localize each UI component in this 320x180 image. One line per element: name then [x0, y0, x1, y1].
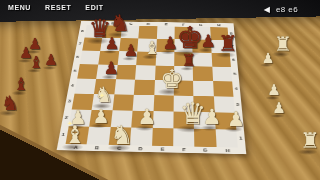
white-knight-b3[interactable]: ♞ [95, 85, 114, 106]
white-pawn-b2[interactable]: ♟ [92, 107, 109, 126]
captured-black-knight: ♞ [1, 93, 19, 113]
captured-white-pawn: ♟ [262, 51, 275, 65]
black-pawn-c6[interactable]: ♟ [124, 43, 138, 59]
black-rook-f6[interactable]: ♜ [182, 53, 196, 69]
captured-white-rook: ♜ [300, 130, 320, 152]
undo-arrow-icon[interactable]: ◀ [264, 6, 270, 14]
pieces-layer: ♛♞♚♜♟♟♟♜♟♟♝♚♞♟♟♟♛♟♟♝♞♟♟♟♝♝♞♜♟♟♟♜✦✦ [0, 0, 320, 180]
white-bishop-a1[interactable]: ♝ [64, 123, 86, 147]
edit-button[interactable]: EDIT [85, 4, 103, 11]
black-pawn-b5[interactable]: ♟ [103, 60, 118, 77]
white-king-e4[interactable]: ♚ [160, 66, 183, 92]
chess-app-screen: ABCDEFGH8877665544332211ABCDEFGH ♛♞♚♜♟♟♟… [0, 0, 320, 180]
captured-white-rook: ♜ [274, 34, 292, 54]
menu-bar: MENU RESET EDIT [8, 4, 104, 11]
white-queen-f2[interactable]: ♛ [180, 99, 207, 129]
captured-white-pawn: ♟ [272, 101, 285, 116]
black-knight-c8[interactable]: ♞ [110, 12, 131, 35]
captured-black-bishop: ♝ [29, 55, 43, 71]
black-pawn-b7[interactable]: ♟ [105, 36, 119, 52]
white-knight-c1[interactable]: ♞ [110, 122, 133, 148]
menu-button[interactable]: MENU [8, 4, 31, 11]
white-bishop-d7[interactable]: ♝ [144, 39, 160, 57]
captured-black-pawn: ♟ [44, 53, 57, 68]
black-rook-h7[interactable]: ♜ [218, 33, 238, 55]
black-king-f7[interactable]: ♚ [177, 23, 204, 53]
captured-white-pawn: ♟ [267, 83, 280, 98]
white-pawn-h2[interactable]: ♟ [227, 109, 245, 129]
reset-button[interactable]: RESET [45, 4, 71, 11]
black-pawn-e7[interactable]: ♟ [162, 35, 177, 52]
white-pawn-d2[interactable]: ♟ [138, 107, 157, 128]
